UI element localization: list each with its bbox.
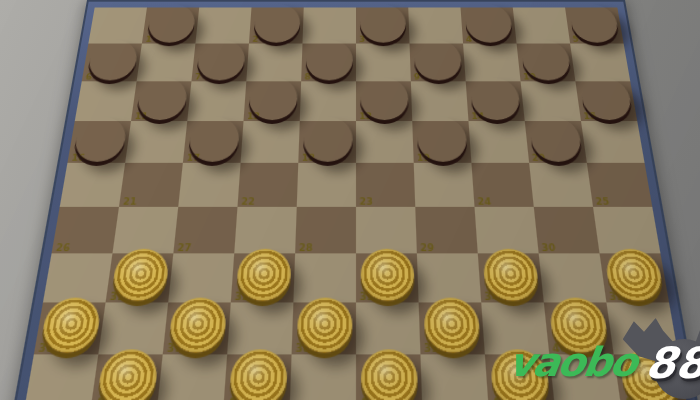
square-36[interactable]: 36 [34, 302, 106, 354]
square-number: 26 [55, 243, 70, 253]
square-light-r2c4 [300, 81, 356, 121]
square-light-r6c8 [539, 253, 607, 302]
square-27[interactable]: 27 [173, 207, 237, 253]
white-man[interactable] [360, 248, 414, 300]
square-light-r4c6 [414, 163, 475, 207]
square-light-r7c1 [98, 302, 168, 354]
black-man[interactable] [146, 4, 196, 42]
square-42[interactable]: 42 [223, 354, 291, 400]
square-7[interactable]: 7 [191, 44, 249, 82]
square-light-r6c4 [293, 253, 356, 302]
square-light-r6c0 [43, 253, 112, 302]
brand-text: vaobo [506, 342, 638, 382]
square-light-r3c7 [468, 121, 529, 163]
black-man[interactable] [247, 77, 297, 119]
square-light-r5c7 [475, 207, 539, 253]
black-man[interactable] [135, 77, 188, 119]
square-light-r8c0 [24, 354, 98, 400]
square-number: 5 [572, 35, 579, 42]
square-light-r1c5 [356, 44, 411, 82]
white-man[interactable] [296, 297, 352, 352]
square-29[interactable]: 29 [415, 207, 478, 253]
square-37[interactable]: 37 [163, 302, 231, 354]
square-23[interactable]: 23 [356, 163, 415, 207]
black-man[interactable] [413, 40, 462, 80]
square-light-r1c3 [246, 44, 302, 82]
square-light-r2c6 [411, 81, 469, 121]
black-man[interactable] [86, 40, 139, 80]
square-light-r1c7 [463, 44, 521, 82]
brand-suffix-text: 88 [643, 342, 700, 385]
square-25[interactable]: 25 [587, 163, 652, 207]
square-light-r2c8 [521, 81, 581, 121]
black-man[interactable] [360, 77, 409, 119]
black-man[interactable] [195, 40, 245, 80]
square-8[interactable]: 8 [301, 44, 356, 82]
square-31[interactable]: 31 [106, 253, 174, 302]
square-light-r7c3 [227, 302, 293, 354]
square-light-r8c6 [420, 354, 488, 400]
square-light-r0c0 [88, 7, 147, 43]
square-light-r0c4 [302, 7, 356, 43]
square-light-r4c2 [178, 163, 240, 207]
square-6[interactable]: 6 [82, 44, 142, 82]
square-30[interactable]: 30 [534, 207, 600, 253]
square-light-r6c2 [168, 253, 234, 302]
square-35[interactable]: 35 [600, 253, 669, 302]
square-light-r0c2 [195, 7, 251, 43]
square-light-r5c9 [593, 207, 660, 253]
square-number: 8 [304, 73, 310, 81]
black-man[interactable] [360, 4, 406, 42]
square-light-r1c9 [570, 44, 630, 82]
square-number: 30 [541, 243, 556, 253]
square-22[interactable]: 22 [237, 163, 298, 207]
square-18[interactable]: 18 [298, 121, 356, 163]
screenshot-root: 1234567891011121314151617181920212223242… [0, 0, 700, 400]
square-light-r4c8 [529, 163, 593, 207]
black-man[interactable] [72, 117, 128, 162]
white-man[interactable] [110, 248, 170, 300]
white-man[interactable] [360, 349, 418, 400]
square-number: 22 [241, 197, 255, 206]
square-number: 9 [414, 73, 421, 81]
square-light-r4c0 [60, 163, 125, 207]
black-man[interactable] [305, 40, 353, 80]
square-9[interactable]: 9 [410, 44, 466, 82]
square-2[interactable]: 2 [249, 7, 304, 43]
watermark-logo: vaobo 88 [495, 333, 700, 400]
square-number: 27 [177, 243, 192, 253]
square-number: 28 [299, 243, 313, 253]
square-light-r5c5 [356, 207, 417, 253]
square-number: 2 [252, 35, 259, 42]
square-number: 24 [477, 197, 491, 206]
black-man[interactable] [416, 117, 468, 162]
square-light-r8c2 [157, 354, 227, 400]
square-number: 1 [145, 35, 152, 42]
black-man[interactable] [187, 117, 240, 162]
square-light-r0c6 [408, 7, 463, 43]
square-19[interactable]: 19 [412, 121, 471, 163]
square-number: 25 [595, 197, 610, 206]
square-light-r2c0 [75, 81, 137, 121]
square-light-r7c5 [356, 302, 420, 354]
white-man[interactable] [39, 297, 103, 352]
square-13[interactable]: 13 [356, 81, 412, 121]
square-3[interactable]: 3 [356, 7, 410, 43]
square-number: 3 [359, 35, 365, 42]
square-number: 29 [420, 243, 434, 253]
square-light-r5c1 [112, 207, 178, 253]
square-28[interactable]: 28 [295, 207, 356, 253]
square-5[interactable]: 5 [565, 7, 624, 43]
square-21[interactable]: 21 [119, 163, 183, 207]
square-34[interactable]: 34 [478, 253, 544, 302]
square-26[interactable]: 26 [52, 207, 119, 253]
white-man[interactable] [228, 349, 288, 400]
square-24[interactable]: 24 [471, 163, 533, 207]
black-man[interactable] [253, 4, 301, 42]
square-light-r3c1 [125, 121, 187, 163]
square-light-r3c9 [581, 121, 645, 163]
square-light-r2c2 [187, 81, 246, 121]
square-number: 4 [466, 35, 473, 42]
square-11[interactable]: 11 [131, 81, 191, 121]
square-41[interactable]: 41 [91, 354, 163, 400]
square-number: 7 [195, 73, 202, 81]
square-14[interactable]: 14 [466, 81, 525, 121]
square-number: 23 [359, 197, 373, 206]
square-light-r1c1 [137, 44, 196, 82]
square-39[interactable]: 39 [419, 302, 485, 354]
square-20[interactable]: 20 [525, 121, 587, 163]
square-38[interactable]: 38 [292, 302, 356, 354]
square-43[interactable]: 43 [356, 354, 422, 400]
square-number: 21 [123, 197, 138, 206]
square-17[interactable]: 17 [183, 121, 244, 163]
white-man[interactable] [167, 297, 227, 352]
square-number: 6 [85, 73, 93, 81]
square-32[interactable]: 32 [231, 253, 295, 302]
square-1[interactable]: 1 [142, 7, 199, 43]
square-10[interactable]: 10 [517, 44, 576, 82]
white-man[interactable] [95, 349, 159, 400]
square-4[interactable]: 4 [461, 7, 517, 43]
square-16[interactable]: 16 [67, 121, 131, 163]
square-light-r5c3 [234, 207, 297, 253]
square-33[interactable]: 33 [356, 253, 419, 302]
white-man[interactable] [235, 248, 291, 300]
square-light-r8c4 [290, 354, 356, 400]
square-15[interactable]: 15 [575, 81, 637, 121]
square-light-r3c5 [356, 121, 414, 163]
black-man[interactable] [302, 117, 352, 162]
square-12[interactable]: 12 [244, 81, 302, 121]
square-light-r4c4 [297, 163, 356, 207]
square-light-r0c8 [513, 7, 570, 43]
square-light-r3c3 [241, 121, 300, 163]
square-light-r6c6 [417, 253, 481, 302]
